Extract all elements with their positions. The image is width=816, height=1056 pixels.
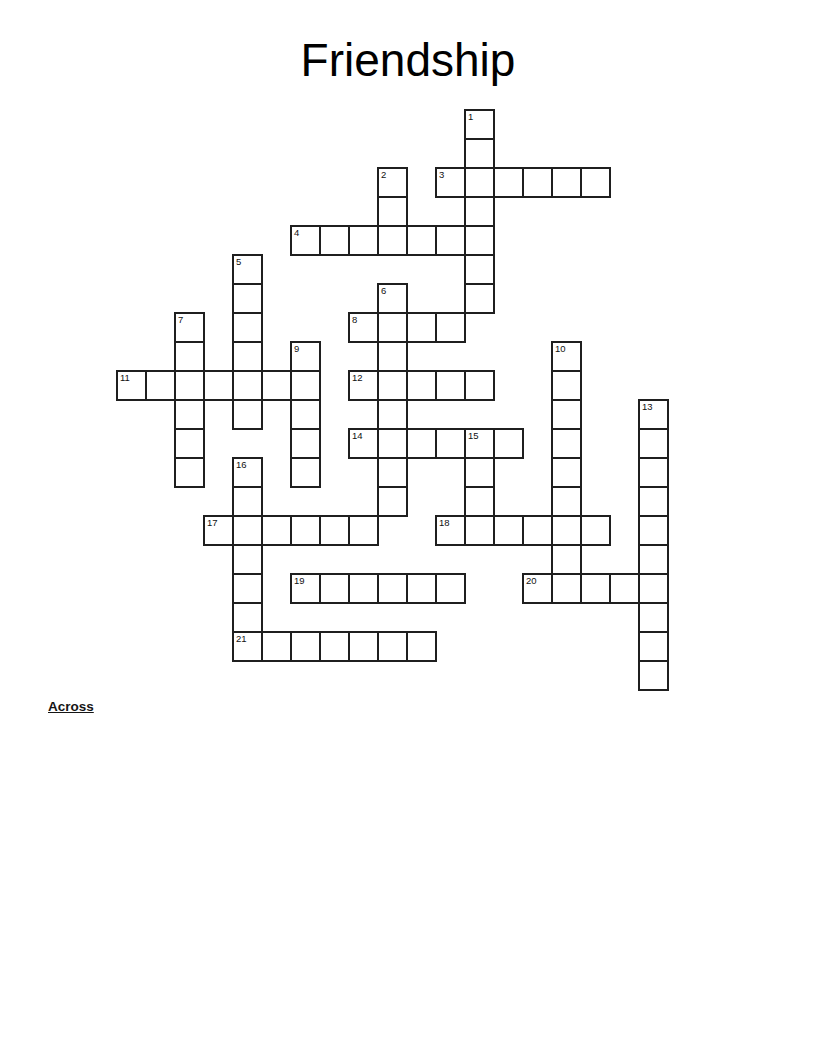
grid-cell[interactable] — [464, 370, 495, 401]
grid-cell[interactable] — [464, 225, 495, 256]
grid-cell[interactable] — [638, 428, 669, 459]
grid-cell[interactable] — [290, 399, 321, 430]
grid-cell[interactable] — [435, 573, 466, 604]
grid-cell[interactable] — [261, 631, 292, 662]
grid-cell[interactable] — [377, 225, 408, 256]
grid-cell[interactable] — [551, 399, 582, 430]
grid-cell[interactable] — [232, 341, 263, 372]
grid-cell[interactable] — [638, 602, 669, 633]
grid-cell[interactable]: 5 — [232, 254, 263, 285]
grid-cell[interactable]: 17 — [203, 515, 234, 546]
crossword-grid: 123456789101112131415161718192021 — [117, 110, 670, 692]
grid-cell[interactable]: 4 — [290, 225, 321, 256]
grid-cell[interactable] — [638, 631, 669, 662]
grid-cell[interactable] — [319, 515, 350, 546]
grid-cell[interactable] — [348, 573, 379, 604]
grid-cell[interactable] — [290, 515, 321, 546]
grid-cell[interactable] — [377, 312, 408, 343]
grid-cell[interactable] — [406, 428, 437, 459]
grid-cell[interactable] — [493, 428, 524, 459]
grid-cell[interactable] — [522, 167, 553, 198]
clue-column-1: Across — [48, 699, 281, 715]
grid-cell[interactable] — [551, 544, 582, 575]
grid-cell[interactable] — [348, 225, 379, 256]
grid-cell[interactable]: 12 — [348, 370, 379, 401]
grid-cell[interactable] — [435, 370, 466, 401]
grid-cell[interactable]: 15 — [464, 428, 495, 459]
cell-number: 10 — [555, 343, 566, 354]
grid-cell[interactable] — [290, 457, 321, 488]
grid-cell[interactable] — [435, 225, 466, 256]
grid-cell[interactable] — [232, 602, 263, 633]
grid-cell[interactable] — [638, 486, 669, 517]
grid-cell[interactable] — [377, 457, 408, 488]
grid-cell[interactable] — [406, 370, 437, 401]
grid-cell[interactable]: 6 — [377, 283, 408, 314]
grid-cell[interactable] — [551, 457, 582, 488]
cell-number: 17 — [207, 517, 218, 528]
grid-cell[interactable] — [406, 573, 437, 604]
grid-cell[interactable] — [638, 660, 669, 691]
cell-number: 3 — [439, 169, 444, 180]
grid-cell[interactable] — [290, 428, 321, 459]
grid-cell[interactable] — [638, 573, 669, 604]
grid-cell[interactable]: 1 — [464, 109, 495, 140]
cell-number: 8 — [352, 314, 357, 325]
grid-cell[interactable] — [464, 515, 495, 546]
grid-cell[interactable] — [174, 341, 205, 372]
grid-cell[interactable] — [435, 428, 466, 459]
grid-cell[interactable] — [464, 196, 495, 227]
grid-cell[interactable] — [203, 370, 234, 401]
grid-cell[interactable] — [232, 486, 263, 517]
grid-cell[interactable] — [319, 573, 350, 604]
cell-number: 5 — [236, 256, 241, 267]
cell-number: 18 — [439, 517, 450, 528]
grid-cell[interactable] — [319, 631, 350, 662]
grid-cell[interactable] — [377, 370, 408, 401]
grid-cell[interactable]: 11 — [116, 370, 147, 401]
grid-cell[interactable]: 9 — [290, 341, 321, 372]
grid-cell[interactable] — [377, 428, 408, 459]
grid-cell[interactable] — [406, 312, 437, 343]
grid-cell[interactable] — [551, 167, 582, 198]
grid-cell[interactable]: 2 — [377, 167, 408, 198]
cell-number: 7 — [178, 314, 183, 325]
grid-cell[interactable] — [377, 341, 408, 372]
grid-cell[interactable] — [522, 515, 553, 546]
grid-cell[interactable] — [348, 515, 379, 546]
grid-cell[interactable] — [319, 225, 350, 256]
grid-cell[interactable] — [377, 486, 408, 517]
grid-cell[interactable] — [261, 515, 292, 546]
grid-cell[interactable] — [580, 515, 611, 546]
cell-number: 15 — [468, 430, 479, 441]
grid-cell[interactable] — [464, 254, 495, 285]
cell-number: 4 — [294, 227, 299, 238]
grid-cell[interactable] — [551, 573, 582, 604]
grid-cell[interactable] — [580, 167, 611, 198]
grid-cell[interactable] — [174, 457, 205, 488]
grid-cell[interactable] — [348, 631, 379, 662]
grid-cell[interactable] — [232, 283, 263, 314]
grid-cell[interactable] — [435, 312, 466, 343]
grid-cell[interactable]: 16 — [232, 457, 263, 488]
grid-cell[interactable] — [232, 399, 263, 430]
cell-number: 6 — [381, 285, 386, 296]
grid-cell[interactable]: 21 — [232, 631, 263, 662]
grid-cell[interactable] — [261, 370, 292, 401]
grid-cell[interactable] — [377, 631, 408, 662]
grid-cell[interactable] — [464, 167, 495, 198]
grid-cell[interactable] — [174, 428, 205, 459]
grid-cell[interactable] — [551, 370, 582, 401]
grid-cell[interactable]: 13 — [638, 399, 669, 430]
cell-number: 14 — [352, 430, 363, 441]
grid-cell[interactable] — [232, 312, 263, 343]
grid-cell[interactable] — [464, 457, 495, 488]
grid-cell[interactable]: 10 — [551, 341, 582, 372]
cell-number: 1 — [468, 111, 473, 122]
grid-cell[interactable] — [493, 515, 524, 546]
cell-number: 12 — [352, 372, 363, 383]
grid-cell[interactable] — [638, 457, 669, 488]
across-header: Across — [48, 699, 281, 714]
grid-cell[interactable]: 19 — [290, 573, 321, 604]
grid-cell[interactable] — [406, 225, 437, 256]
grid-cell[interactable] — [145, 370, 176, 401]
cell-number: 16 — [236, 459, 247, 470]
grid-cell[interactable]: 20 — [522, 573, 553, 604]
grid-cell[interactable] — [377, 196, 408, 227]
grid-cell[interactable] — [377, 573, 408, 604]
grid-cell[interactable] — [290, 370, 321, 401]
grid-cell[interactable] — [232, 573, 263, 604]
grid-cell[interactable] — [232, 370, 263, 401]
grid-cell[interactable]: 8 — [348, 312, 379, 343]
cell-number: 20 — [526, 575, 537, 586]
grid-cell[interactable] — [406, 631, 437, 662]
grid-cell[interactable] — [464, 486, 495, 517]
grid-cell[interactable] — [551, 515, 582, 546]
grid-cell[interactable] — [464, 283, 495, 314]
grid-cell[interactable] — [580, 573, 611, 604]
grid-cell[interactable] — [232, 544, 263, 575]
grid-cell[interactable] — [464, 138, 495, 169]
grid-cell[interactable] — [551, 428, 582, 459]
grid-cell[interactable] — [174, 399, 205, 430]
grid-cell[interactable] — [290, 631, 321, 662]
cell-number: 2 — [381, 169, 386, 180]
grid-cell[interactable] — [638, 515, 669, 546]
cell-number: 21 — [236, 633, 247, 644]
page-title: Friendship — [0, 34, 816, 86]
cell-number: 13 — [642, 401, 653, 412]
cell-number: 11 — [120, 372, 130, 383]
grid-cell[interactable] — [609, 573, 640, 604]
grid-cell[interactable] — [551, 486, 582, 517]
grid-cell[interactable]: 3 — [435, 167, 466, 198]
grid-cell[interactable] — [493, 167, 524, 198]
cell-number: 19 — [294, 575, 305, 586]
grid-cell[interactable] — [638, 544, 669, 575]
grid-cell[interactable] — [232, 515, 263, 546]
grid-cell[interactable]: 7 — [174, 312, 205, 343]
cell-number: 9 — [294, 343, 299, 354]
grid-cell[interactable] — [174, 370, 205, 401]
grid-cell[interactable]: 18 — [435, 515, 466, 546]
grid-cell[interactable]: 14 — [348, 428, 379, 459]
grid-cell[interactable] — [377, 399, 408, 430]
